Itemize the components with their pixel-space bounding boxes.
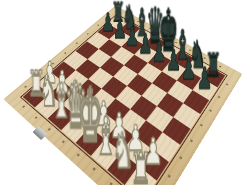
brass-pin	[97, 24, 99, 26]
brass-pin	[64, 52, 67, 54]
brass-pin	[22, 105, 25, 108]
brass-pin	[200, 124, 203, 127]
brass-pin	[77, 153, 80, 156]
brass-pin	[35, 116, 38, 119]
brass-pin	[226, 83, 229, 85]
brass-pin	[218, 96, 221, 99]
brass-pin	[209, 109, 212, 112]
chess-set-photo: ♜♞♝♛♚♝♞♜♟♟♟♟♟♟♟♟♟♟♟♟♟♟♟♟♜♞♝♛♚♝♞♜	[0, 0, 246, 185]
chess-board: ♜♞♝♛♚♝♞♜♟♟♟♟♟♟♟♟♟♟♟♟♟♟♟♟♜♞♝♛♚♝♞♜	[3, 6, 242, 185]
board-frame: ♜♞♝♛♚♝♞♜♟♟♟♟♟♟♟♟♟♟♟♟♟♟♟♟♜♞♝♛♚♝♞♜	[3, 6, 242, 185]
piece-black-pawn: ♟	[196, 63, 214, 93]
brass-pin	[76, 42, 79, 44]
brass-pin	[62, 140, 65, 143]
brass-pin	[92, 167, 95, 171]
brass-pin	[109, 182, 113, 185]
piece-white-rook: ♜	[129, 146, 153, 185]
brass-pin	[48, 128, 51, 131]
square-h1: ♜	[125, 166, 157, 185]
brass-pin	[179, 156, 182, 159]
brass-pin	[87, 33, 89, 35]
brass-pin	[190, 139, 193, 142]
brass-pin	[167, 174, 170, 178]
